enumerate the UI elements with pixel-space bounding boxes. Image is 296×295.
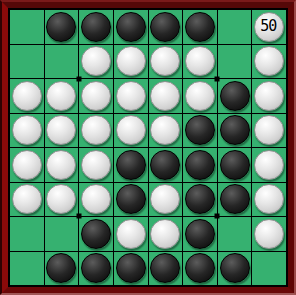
black-disc — [185, 12, 215, 42]
board-cell-f5[interactable] — [183, 148, 217, 182]
white-disc — [254, 81, 284, 111]
white-disc: 50 — [254, 12, 284, 42]
star-point-dot — [215, 76, 220, 81]
board-cell-h3[interactable] — [252, 79, 286, 113]
white-disc — [81, 184, 111, 214]
board-cell-h1[interactable]: 50 — [252, 10, 286, 44]
white-disc — [81, 150, 111, 180]
black-disc — [185, 184, 215, 214]
board-cell-g1[interactable] — [218, 10, 252, 44]
board-cell-d8[interactable] — [114, 252, 148, 286]
board-cell-g5[interactable] — [218, 148, 252, 182]
black-disc — [116, 184, 146, 214]
othello-board: 50 — [10, 10, 286, 285]
board-cell-a6[interactable] — [10, 183, 44, 217]
black-disc — [116, 253, 146, 283]
board-cell-e7[interactable] — [149, 217, 183, 251]
white-disc — [116, 219, 146, 249]
board-cell-d5[interactable] — [114, 148, 148, 182]
board-cell-f2[interactable] — [183, 45, 217, 79]
black-disc — [220, 115, 250, 145]
board-cell-b4[interactable] — [45, 114, 79, 148]
board-frame-bevel: 50 — [2, 2, 294, 293]
board-cell-d6[interactable] — [114, 183, 148, 217]
white-disc — [254, 184, 284, 214]
board-cell-c6[interactable] — [79, 183, 113, 217]
board-cell-e1[interactable] — [149, 10, 183, 44]
white-disc — [254, 115, 284, 145]
white-disc — [150, 46, 180, 76]
black-disc — [81, 12, 111, 42]
board-cell-a3[interactable] — [10, 79, 44, 113]
board-cell-h4[interactable] — [252, 114, 286, 148]
board-cell-h8[interactable] — [252, 252, 286, 286]
board-cell-d3[interactable] — [114, 79, 148, 113]
black-disc — [150, 253, 180, 283]
black-disc — [220, 81, 250, 111]
white-disc — [185, 81, 215, 111]
board-cell-f7[interactable] — [183, 217, 217, 251]
board-cell-f1[interactable] — [183, 10, 217, 44]
board-cell-b2[interactable] — [45, 45, 79, 79]
board-cell-c4[interactable] — [79, 114, 113, 148]
board-cell-c1[interactable] — [79, 10, 113, 44]
board-cell-f8[interactable] — [183, 252, 217, 286]
board-cell-b6[interactable] — [45, 183, 79, 217]
board-frame: 50 — [0, 0, 296, 295]
board-cell-a7[interactable] — [10, 217, 44, 251]
black-disc — [220, 150, 250, 180]
black-disc — [46, 12, 76, 42]
white-disc — [254, 46, 284, 76]
white-disc — [116, 46, 146, 76]
board-cell-e6[interactable] — [149, 183, 183, 217]
board-cell-e8[interactable] — [149, 252, 183, 286]
board-cell-d4[interactable] — [114, 114, 148, 148]
black-disc — [185, 115, 215, 145]
board-frame-inner-line: 50 — [8, 8, 288, 287]
white-disc — [150, 115, 180, 145]
board-cell-d2[interactable] — [114, 45, 148, 79]
board-cell-a8[interactable] — [10, 252, 44, 286]
board-cell-b5[interactable] — [45, 148, 79, 182]
board-cell-e4[interactable] — [149, 114, 183, 148]
board-cell-g4[interactable] — [218, 114, 252, 148]
board-cell-h6[interactable] — [252, 183, 286, 217]
white-disc — [81, 115, 111, 145]
board-cell-a1[interactable] — [10, 10, 44, 44]
white-disc — [12, 150, 42, 180]
white-disc — [150, 219, 180, 249]
board-cell-a2[interactable] — [10, 45, 44, 79]
board-cell-c5[interactable] — [79, 148, 113, 182]
black-disc — [150, 150, 180, 180]
board-cell-f3[interactable] — [183, 79, 217, 113]
board-cell-c2[interactable] — [79, 45, 113, 79]
board-cell-c8[interactable] — [79, 252, 113, 286]
black-disc — [81, 253, 111, 283]
black-disc — [81, 219, 111, 249]
black-disc — [185, 219, 215, 249]
white-disc — [81, 46, 111, 76]
white-disc — [12, 81, 42, 111]
board-cell-b8[interactable] — [45, 252, 79, 286]
white-disc — [12, 184, 42, 214]
white-disc — [185, 46, 215, 76]
white-disc — [46, 184, 76, 214]
black-disc — [185, 253, 215, 283]
black-disc — [150, 12, 180, 42]
star-point-dot — [77, 76, 82, 81]
star-point-dot — [215, 214, 220, 219]
board-cell-g6[interactable] — [218, 183, 252, 217]
white-disc — [46, 150, 76, 180]
black-disc — [185, 150, 215, 180]
board-cell-a4[interactable] — [10, 114, 44, 148]
board-cell-b7[interactable] — [45, 217, 79, 251]
board-cell-e5[interactable] — [149, 148, 183, 182]
board-cell-g7[interactable] — [218, 217, 252, 251]
board-cell-e2[interactable] — [149, 45, 183, 79]
board-cell-g3[interactable] — [218, 79, 252, 113]
star-point-dot — [77, 214, 82, 219]
black-disc — [46, 253, 76, 283]
board-cell-b1[interactable] — [45, 10, 79, 44]
board-cell-e3[interactable] — [149, 79, 183, 113]
white-disc — [116, 115, 146, 145]
white-disc — [46, 115, 76, 145]
board-cell-a5[interactable] — [10, 148, 44, 182]
board-cell-g2[interactable] — [218, 45, 252, 79]
board-cell-h7[interactable] — [252, 217, 286, 251]
white-disc — [150, 184, 180, 214]
white-disc — [116, 81, 146, 111]
black-disc — [220, 184, 250, 214]
board-cell-h5[interactable] — [252, 148, 286, 182]
white-disc — [254, 150, 284, 180]
board-cell-c7[interactable] — [79, 217, 113, 251]
black-disc — [220, 253, 250, 283]
white-disc — [12, 115, 42, 145]
white-disc — [81, 81, 111, 111]
white-disc — [150, 81, 180, 111]
board-cell-h2[interactable] — [252, 45, 286, 79]
white-disc — [46, 81, 76, 111]
board-cell-f6[interactable] — [183, 183, 217, 217]
black-disc — [116, 12, 146, 42]
board-cell-d7[interactable] — [114, 217, 148, 251]
move-number-label: 50 — [260, 19, 276, 34]
board-cell-f4[interactable] — [183, 114, 217, 148]
board-cell-c3[interactable] — [79, 79, 113, 113]
board-cell-b3[interactable] — [45, 79, 79, 113]
black-disc — [116, 150, 146, 180]
white-disc — [254, 219, 284, 249]
board-cell-d1[interactable] — [114, 10, 148, 44]
board-cell-g8[interactable] — [218, 252, 252, 286]
